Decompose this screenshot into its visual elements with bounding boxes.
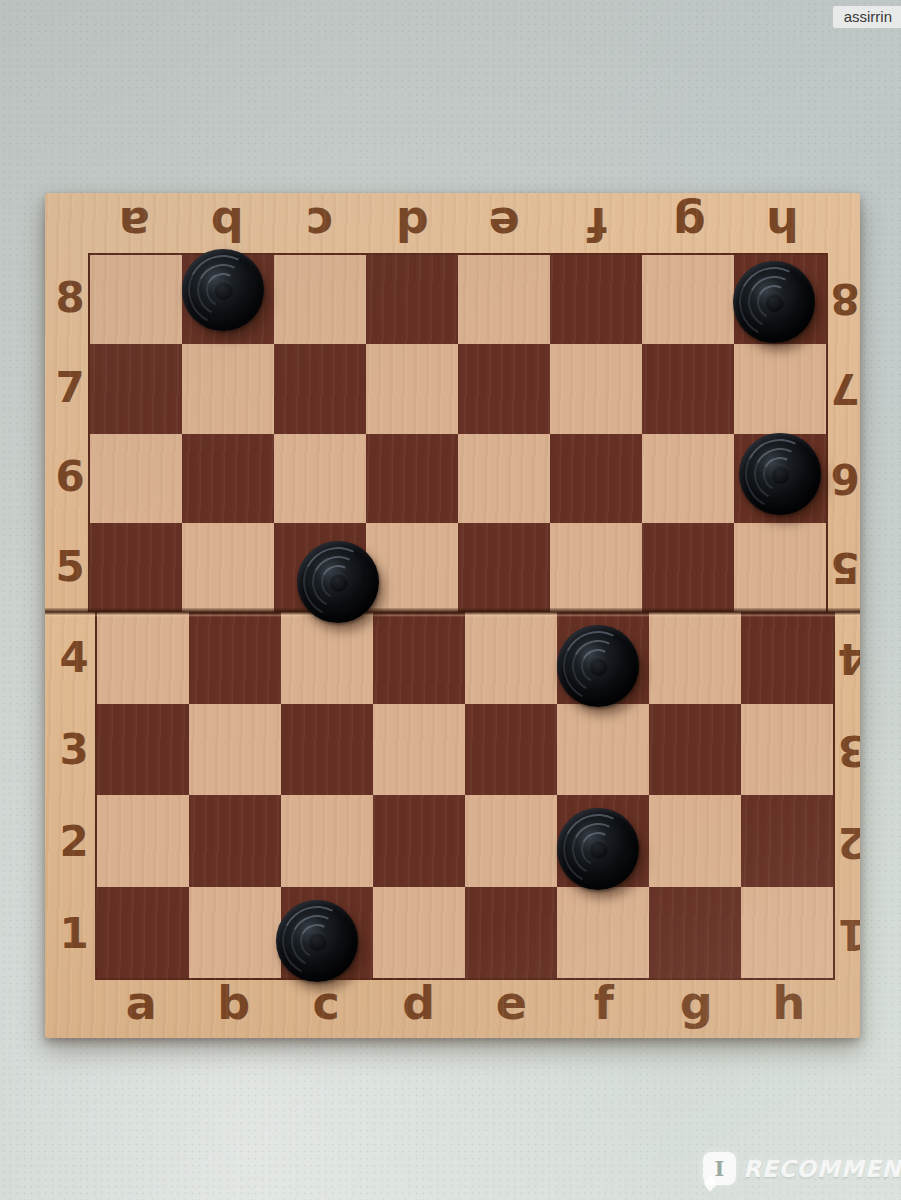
square-f8 [550,255,642,344]
square-e3 [465,704,557,796]
file-label-top-d: d [366,201,459,247]
square-g3 [649,704,741,796]
square-h8 [734,255,826,344]
file-label-top-e: e [458,201,551,247]
square-f4 [557,612,649,704]
watermark-username: assirrin [833,6,901,28]
square-b4 [189,612,281,704]
square-d7 [366,344,458,433]
rank-label-right-6: 6 [828,433,860,523]
rank-label-left-4: 4 [57,612,91,704]
board-grid-bottom [95,612,835,980]
square-g5 [642,523,734,612]
square-g1 [649,887,741,979]
file-label-bottom-a: a [95,980,188,1026]
rank-label-right-4: 4 [835,612,860,704]
speech-bubble-letter: I [715,1158,725,1179]
square-d3 [373,704,465,796]
square-c7 [274,344,366,433]
file-label-top-a: a [88,201,181,247]
square-h7 [734,344,826,433]
watermark-recommend: I RECOMMEND.RU [703,1152,901,1185]
square-c6 [274,434,366,523]
square-f2 [557,795,649,887]
square-a7 [90,344,182,433]
board-top-half: abcdefgh 8765 8765 [45,193,860,612]
square-d8 [366,255,458,344]
file-label-top-h: h [736,201,829,247]
file-label-top-g: g [643,201,736,247]
rank-labels-right-bottom: 4321 [835,612,860,980]
square-a1 [97,887,189,979]
rank-label-right-5: 5 [828,522,860,612]
rank-labels-left-bottom: 4321 [57,612,91,980]
speech-bubble-i-icon: I [703,1152,736,1185]
file-label-bottom-e: e [465,980,558,1026]
square-h1 [741,887,833,979]
file-label-bottom-f: f [558,980,651,1026]
square-a2 [97,795,189,887]
square-b5 [182,523,274,612]
square-f6 [550,434,642,523]
square-h3 [741,704,833,796]
file-label-bottom-h: h [743,980,836,1026]
square-b1 [189,887,281,979]
square-e1 [465,887,557,979]
square-g7 [642,344,734,433]
rank-label-right-1: 1 [835,888,860,980]
square-g6 [642,434,734,523]
square-c2 [281,795,373,887]
square-g2 [649,795,741,887]
rank-label-left-7: 7 [53,343,87,433]
file-label-bottom-b: b [188,980,281,1026]
rank-labels-right-top: 8765 [828,253,860,612]
rank-label-right-8: 8 [828,253,860,343]
square-b6 [182,434,274,523]
square-c3 [281,704,373,796]
rank-label-left-3: 3 [57,704,91,796]
board-grid-top [88,253,828,612]
square-f3 [557,704,649,796]
file-label-bottom-g: g [650,980,743,1026]
square-h5 [734,523,826,612]
square-a4 [97,612,189,704]
square-c1 [281,887,373,979]
square-e5 [458,523,550,612]
file-label-top-b: b [181,201,274,247]
square-c8 [274,255,366,344]
square-h2 [741,795,833,887]
square-d4 [373,612,465,704]
square-a3 [97,704,189,796]
file-label-top-f: f [551,201,644,247]
board-bottom-half: abcdefgh 4321 4321 [45,612,860,1038]
square-e4 [465,612,557,704]
file-label-bottom-d: d [373,980,466,1026]
watermark-recommend-text: RECOMMEND.RU [743,1156,901,1182]
square-a8 [90,255,182,344]
square-d6 [366,434,458,523]
square-b2 [189,795,281,887]
square-a6 [90,434,182,523]
square-b3 [189,704,281,796]
square-f1 [557,887,649,979]
watermark-username-text: assirrin [844,8,892,25]
square-g4 [649,612,741,704]
square-h4 [741,612,833,704]
square-f7 [550,344,642,433]
square-e7 [458,344,550,433]
square-b8 [182,255,274,344]
rank-labels-left-top: 8765 [53,253,87,612]
square-e2 [465,795,557,887]
rank-label-left-1: 1 [57,888,91,980]
square-b7 [182,344,274,433]
square-c4 [281,612,373,704]
rank-label-right-2: 2 [835,796,860,888]
square-f5 [550,523,642,612]
rank-label-left-5: 5 [53,522,87,612]
file-labels-bottom: abcdefgh [95,980,835,1020]
rank-label-left-8: 8 [53,253,87,343]
square-d1 [373,887,465,979]
square-e8 [458,255,550,344]
rank-label-right-7: 7 [828,343,860,433]
square-h6 [734,434,826,523]
square-a5 [90,523,182,612]
square-g8 [642,255,734,344]
rank-label-right-3: 3 [835,704,860,796]
square-d2 [373,795,465,887]
table-surface: abcdefgh 8765 8765 abcdefgh 4321 4321 as… [0,0,901,1200]
file-labels-top: abcdefgh [88,201,828,247]
game-board: abcdefgh 8765 8765 abcdefgh 4321 4321 [45,193,860,1038]
rank-label-left-6: 6 [53,433,87,523]
rank-label-left-2: 2 [57,796,91,888]
file-label-top-c: c [273,201,366,247]
square-d5 [366,523,458,612]
square-e6 [458,434,550,523]
square-c5 [274,523,366,612]
file-label-bottom-c: c [280,980,373,1026]
